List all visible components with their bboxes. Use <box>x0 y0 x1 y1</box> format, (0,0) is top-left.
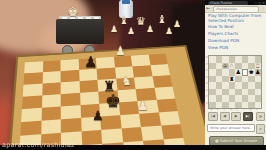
board-black-piece: ♟ <box>92 109 104 122</box>
link-how-to-beat[interactable]: How To Beat <box>208 25 264 30</box>
link-players-charts[interactable]: Players Charts <box>208 32 264 37</box>
table-white-piece: ♟ <box>173 20 181 29</box>
black-piece: ♚ <box>249 69 254 75</box>
browser-toolbar: ← chesspuzzles ⋮ <box>205 5 266 13</box>
table-white-piece: ♛ <box>136 16 146 27</box>
mini-board[interactable]: ♔♘♖♟♚♟♜ <box>208 55 262 109</box>
board-white-piece: ♟ <box>137 99 149 112</box>
answer-go-button[interactable]: » <box>256 124 265 134</box>
table-white-piece: ♝ <box>157 14 167 25</box>
white-piece: ♘ <box>229 63 234 69</box>
submit-answer-label: Submit Your Answer <box>220 138 258 143</box>
table-white-piece: ♟ <box>146 25 154 34</box>
link-download-pgn[interactable]: Download PGN <box>208 39 264 44</box>
last-move-button[interactable]: ▶| <box>243 112 253 121</box>
black-piece: ♟ <box>255 69 260 75</box>
prev-move-button[interactable]: ◀ <box>220 112 230 121</box>
bottle-cap <box>122 0 130 4</box>
table-white-piece: ♝ <box>119 15 129 26</box>
photo-scene: ♟♟♞♜♚♟♟ ♚♟♝♟♛♟♝♟♟ <box>0 0 205 150</box>
table-white-piece: ♟ <box>110 25 118 34</box>
move-navigation: |◀ ◀ ▶ ▶| <box>208 112 253 121</box>
white-piece: ♔ <box>223 63 228 69</box>
black-piece: ♜ <box>229 76 234 82</box>
analysis-diagram: 87654321 ♔♘♖♟♚♟♜ abcdefgh <box>208 55 262 109</box>
video-frame: ♟♟♞♜♚♟♟ ♚♟♝♟♛♟♝♟♟ Chess Puzzles − ▢ ✕ ← … <box>0 0 266 150</box>
table-white-piece: ♚ <box>67 5 79 18</box>
board-white-piece: ♟ <box>115 45 126 57</box>
board-icon: ▦ <box>215 139 218 143</box>
link-view-pgn[interactable]: View PGN <box>208 46 264 51</box>
chess-clock <box>56 19 104 44</box>
back-icon[interactable]: ← <box>206 5 210 12</box>
next-move-button[interactable]: ▶ <box>231 112 241 121</box>
menu-icon[interactable]: ⋮ <box>261 5 265 12</box>
board-white-piece: ♞ <box>121 75 132 87</box>
url-bar[interactable]: chesspuzzles <box>213 6 259 13</box>
first-move-button[interactable]: |◀ <box>208 112 218 121</box>
file-labels: abcdefgh <box>208 108 260 111</box>
link-play-with-computer[interactable]: Play With Computer From Selected Positio… <box>208 14 264 24</box>
black-piece: ♟ <box>236 69 241 75</box>
table-white-piece: ♟ <box>127 27 135 36</box>
rank-labels: 87654321 <box>205 55 208 107</box>
watermark: aparat.com/rashidiaz <box>2 141 75 149</box>
answer-input[interactable] <box>207 124 255 132</box>
board-black-piece: ♟ <box>84 55 97 70</box>
flip-board-button[interactable]: ⟳ <box>256 112 265 121</box>
rank-label: 1 <box>205 101 208 108</box>
file-label: h <box>254 108 261 111</box>
photo-board-grid <box>18 54 186 150</box>
table-white-piece: ♟ <box>165 27 173 36</box>
window-controls[interactable]: − ▢ ✕ <box>255 1 265 5</box>
board-black-piece: ♚ <box>105 92 121 110</box>
browser-sidebar: Chess Puzzles − ▢ ✕ ← chesspuzzles ⋮ Pla… <box>205 0 266 150</box>
